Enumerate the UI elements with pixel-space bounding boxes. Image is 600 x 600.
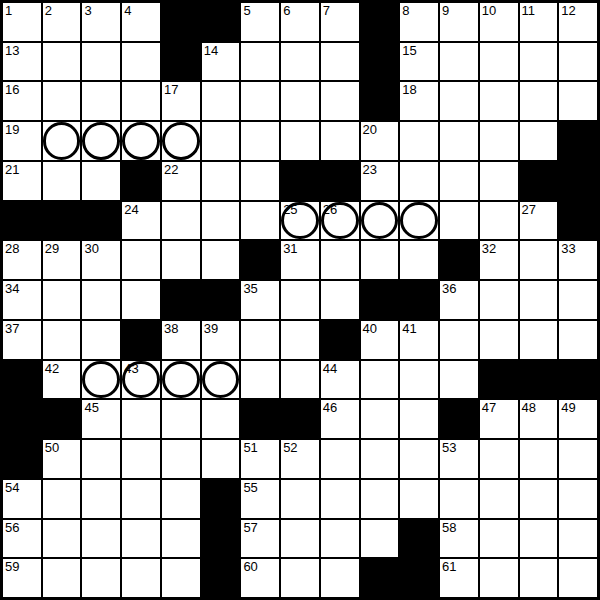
cell-r13c10[interactable] <box>361 480 399 518</box>
clue-number: 24 <box>124 203 138 217</box>
cell-r12c3[interactable] <box>82 440 120 478</box>
cell-r2c3[interactable] <box>82 43 120 81</box>
cell-r13c14[interactable] <box>520 480 558 518</box>
cell-r5c2[interactable] <box>43 162 81 200</box>
clue-number: 3 <box>84 4 91 18</box>
clue-number: 7 <box>323 4 330 18</box>
cell-r7c2[interactable]: 29 <box>43 241 81 279</box>
cell-r13c3[interactable] <box>82 480 120 518</box>
cell-r8c12[interactable]: 36 <box>440 281 478 319</box>
cell-r6c6[interactable] <box>202 202 240 240</box>
cell-r12c7[interactable]: 51 <box>241 440 279 478</box>
cell-r3c6[interactable] <box>202 82 240 120</box>
cell-r5c11[interactable] <box>400 162 438 200</box>
clue-number: 21 <box>5 163 19 177</box>
cell-r14c5[interactable] <box>162 520 200 558</box>
cell-r15c2[interactable] <box>43 559 81 597</box>
cell-r1c12[interactable]: 9 <box>440 3 478 41</box>
cell-r2c7[interactable] <box>241 43 279 81</box>
cell-r2c13[interactable] <box>480 43 518 81</box>
clue-number: 19 <box>5 123 19 137</box>
cell-r5c10[interactable]: 23 <box>361 162 399 200</box>
cell-r9c1[interactable]: 37 <box>3 321 41 359</box>
cell-r7c14[interactable] <box>520 241 558 279</box>
cell-r6c10[interactable] <box>361 202 399 240</box>
cell-r15c14[interactable] <box>520 559 558 597</box>
cell-r6c11[interactable] <box>400 202 438 240</box>
block-r8c6 <box>202 281 240 319</box>
cell-r2c11[interactable]: 15 <box>400 43 438 81</box>
block-r6c15 <box>559 202 597 240</box>
block-r5c4 <box>122 162 160 200</box>
cell-r7c9[interactable] <box>321 241 359 279</box>
cell-r13c5[interactable] <box>162 480 200 518</box>
block-r11c2 <box>43 400 81 438</box>
cell-r1c2[interactable]: 2 <box>43 3 81 41</box>
cell-r11c3[interactable]: 45 <box>82 400 120 438</box>
cell-r6c9[interactable]: 26 <box>321 202 359 240</box>
cell-r14c4[interactable] <box>122 520 160 558</box>
clue-number: 54 <box>5 481 19 495</box>
clue-number: 33 <box>561 242 575 256</box>
block-r14c6 <box>202 520 240 558</box>
cell-r12c6[interactable] <box>202 440 240 478</box>
cell-r6c8[interactable]: 25 <box>281 202 319 240</box>
clue-number: 53 <box>442 441 456 455</box>
cell-r9c3[interactable] <box>82 321 120 359</box>
cell-r9c11[interactable]: 41 <box>400 321 438 359</box>
cell-r9c5[interactable]: 38 <box>162 321 200 359</box>
cell-r5c12[interactable] <box>440 162 478 200</box>
cell-r12c11[interactable] <box>400 440 438 478</box>
block-r6c1 <box>3 202 41 240</box>
clue-number: 61 <box>442 560 456 574</box>
cell-r7c11[interactable] <box>400 241 438 279</box>
clue-number: 30 <box>84 242 98 256</box>
cell-r7c5[interactable] <box>162 241 200 279</box>
block-r14c11 <box>400 520 438 558</box>
clue-number: 31 <box>283 242 297 256</box>
cell-r3c13[interactable] <box>480 82 518 120</box>
cell-r12c9[interactable] <box>321 440 359 478</box>
cell-r6c14[interactable]: 27 <box>520 202 558 240</box>
circle-marker <box>361 202 399 240</box>
cell-r10c8[interactable] <box>281 361 319 399</box>
cell-r14c3[interactable] <box>82 520 120 558</box>
clue-number: 10 <box>482 4 496 18</box>
cell-r1c3[interactable]: 3 <box>82 3 120 41</box>
cell-r7c10[interactable] <box>361 241 399 279</box>
clue-number: 18 <box>402 83 416 97</box>
clue-number: 42 <box>45 362 59 376</box>
clue-number: 25 <box>283 203 297 217</box>
cell-r10c3[interactable] <box>82 361 120 399</box>
clue-number: 17 <box>164 83 178 97</box>
cell-r13c12[interactable] <box>440 480 478 518</box>
cell-r11c6[interactable] <box>202 400 240 438</box>
cell-r4c1[interactable]: 19 <box>3 122 41 160</box>
cell-r14c1[interactable]: 56 <box>3 520 41 558</box>
cell-r15c3[interactable] <box>82 559 120 597</box>
cell-r5c5[interactable]: 22 <box>162 162 200 200</box>
cell-r7c6[interactable] <box>202 241 240 279</box>
block-r8c5 <box>162 281 200 319</box>
cell-r15c15[interactable] <box>559 559 597 597</box>
cell-r9c14[interactable] <box>520 321 558 359</box>
cell-r12c14[interactable] <box>520 440 558 478</box>
cell-r6c13[interactable] <box>480 202 518 240</box>
cell-r15c1[interactable]: 59 <box>3 559 41 597</box>
clue-number: 57 <box>243 521 257 535</box>
clue-number: 16 <box>5 83 19 97</box>
cell-r3c12[interactable] <box>440 82 478 120</box>
cell-r4c2[interactable] <box>43 122 81 160</box>
clue-number: 2 <box>45 4 52 18</box>
block-r12c1 <box>3 440 41 478</box>
cell-r4c13[interactable] <box>480 122 518 160</box>
clue-number: 59 <box>5 560 19 574</box>
cell-r9c13[interactable] <box>480 321 518 359</box>
cell-r3c7[interactable] <box>241 82 279 120</box>
clue-number: 9 <box>442 4 449 18</box>
cell-r1c15[interactable]: 12 <box>559 3 597 41</box>
cell-r7c1[interactable]: 28 <box>3 241 41 279</box>
cell-r7c13[interactable]: 32 <box>480 241 518 279</box>
crossword-grid: 1234567891011121314151617181920212223242… <box>0 0 600 600</box>
cell-r11c15[interactable]: 49 <box>559 400 597 438</box>
block-r9c4 <box>122 321 160 359</box>
cell-r14c10[interactable] <box>361 520 399 558</box>
cell-r12c8[interactable]: 52 <box>281 440 319 478</box>
cell-r10c10[interactable] <box>361 361 399 399</box>
cell-r10c9[interactable]: 44 <box>321 361 359 399</box>
cell-r13c15[interactable] <box>559 480 597 518</box>
cell-r2c6[interactable]: 14 <box>202 43 240 81</box>
block-r10c13 <box>480 361 518 399</box>
block-r6c3 <box>82 202 120 240</box>
clue-number: 8 <box>402 4 409 18</box>
clue-number: 51 <box>243 441 257 455</box>
clue-number: 40 <box>363 322 377 336</box>
block-r5c15 <box>559 162 597 200</box>
cell-r2c8[interactable] <box>281 43 319 81</box>
clue-number: 48 <box>522 401 536 415</box>
cell-r6c12[interactable] <box>440 202 478 240</box>
cell-r11c14[interactable]: 48 <box>520 400 558 438</box>
block-r5c8 <box>281 162 319 200</box>
cell-r7c15[interactable]: 33 <box>559 241 597 279</box>
block-r8c10 <box>361 281 399 319</box>
cell-r9c6[interactable]: 39 <box>202 321 240 359</box>
block-r1c6 <box>202 3 240 41</box>
clue-number: 20 <box>363 123 377 137</box>
cell-r15c4[interactable] <box>122 559 160 597</box>
block-r5c9 <box>321 162 359 200</box>
cell-r14c15[interactable] <box>559 520 597 558</box>
cell-r15c13[interactable] <box>480 559 518 597</box>
cell-r7c4[interactable] <box>122 241 160 279</box>
cell-r12c5[interactable] <box>162 440 200 478</box>
cell-r2c14[interactable] <box>520 43 558 81</box>
block-r13c6 <box>202 480 240 518</box>
block-r11c12 <box>440 400 478 438</box>
cell-r12c13[interactable] <box>480 440 518 478</box>
cell-r13c1[interactable]: 54 <box>3 480 41 518</box>
clue-number: 50 <box>45 441 59 455</box>
cell-r5c1[interactable]: 21 <box>3 162 41 200</box>
clue-number: 29 <box>45 242 59 256</box>
clue-number: 11 <box>522 4 536 18</box>
clue-number: 43 <box>124 362 138 376</box>
block-r6c2 <box>43 202 81 240</box>
cell-r8c13[interactable] <box>480 281 518 319</box>
cell-r4c5[interactable] <box>162 122 200 160</box>
clue-number: 34 <box>5 282 19 296</box>
cell-r12c2[interactable]: 50 <box>43 440 81 478</box>
cell-r2c1[interactable]: 13 <box>3 43 41 81</box>
clue-number: 22 <box>164 163 178 177</box>
cell-r3c15[interactable] <box>559 82 597 120</box>
clue-number: 56 <box>5 521 19 535</box>
cell-r15c12[interactable]: 61 <box>440 559 478 597</box>
cell-r9c2[interactable] <box>43 321 81 359</box>
clue-number: 52 <box>283 441 297 455</box>
cell-r1c8[interactable]: 6 <box>281 3 319 41</box>
block-r7c12 <box>440 241 478 279</box>
clue-number: 13 <box>5 44 19 58</box>
cell-r8c9[interactable] <box>321 281 359 319</box>
cell-r15c8[interactable] <box>281 559 319 597</box>
clue-number: 46 <box>323 401 337 415</box>
clue-number: 36 <box>442 282 456 296</box>
cell-r11c4[interactable] <box>122 400 160 438</box>
cell-r14c2[interactable] <box>43 520 81 558</box>
cell-r1c7[interactable]: 5 <box>241 3 279 41</box>
clue-number: 1 <box>5 4 12 18</box>
cell-r13c4[interactable] <box>122 480 160 518</box>
clue-number: 55 <box>243 481 257 495</box>
cell-r6c4[interactable]: 24 <box>122 202 160 240</box>
cell-r6c7[interactable] <box>241 202 279 240</box>
cell-r13c13[interactable] <box>480 480 518 518</box>
cell-r8c14[interactable] <box>520 281 558 319</box>
cell-r4c12[interactable] <box>440 122 478 160</box>
cell-r10c11[interactable] <box>400 361 438 399</box>
cell-r2c12[interactable] <box>440 43 478 81</box>
block-r10c15 <box>559 361 597 399</box>
cell-r12c4[interactable] <box>122 440 160 478</box>
cell-r4c6[interactable] <box>202 122 240 160</box>
clue-number: 6 <box>283 4 290 18</box>
cell-r8c8[interactable] <box>281 281 319 319</box>
block-r15c10 <box>361 559 399 597</box>
cell-r4c7[interactable] <box>241 122 279 160</box>
cell-r1c1[interactable]: 1 <box>3 3 41 41</box>
circle-marker <box>43 122 81 160</box>
clue-number: 28 <box>5 242 19 256</box>
cell-r4c4[interactable] <box>122 122 160 160</box>
cell-r5c13[interactable] <box>480 162 518 200</box>
block-r4c15 <box>559 122 597 160</box>
clue-number: 26 <box>323 203 337 217</box>
cell-r12c12[interactable]: 53 <box>440 440 478 478</box>
cell-r9c12[interactable] <box>440 321 478 359</box>
cell-r8c4[interactable] <box>122 281 160 319</box>
cell-r5c7[interactable] <box>241 162 279 200</box>
cell-r10c2[interactable]: 42 <box>43 361 81 399</box>
cell-r9c8[interactable] <box>281 321 319 359</box>
block-r1c5 <box>162 3 200 41</box>
circle-marker <box>82 361 120 399</box>
clue-number: 37 <box>5 322 19 336</box>
cell-r3c8[interactable] <box>281 82 319 120</box>
cell-r7c8[interactable]: 31 <box>281 241 319 279</box>
clue-number: 15 <box>402 44 416 58</box>
cell-r15c9[interactable] <box>321 559 359 597</box>
cell-r4c9[interactable] <box>321 122 359 160</box>
clue-number: 4 <box>124 4 131 18</box>
cell-r5c6[interactable] <box>202 162 240 200</box>
block-r3c10 <box>361 82 399 120</box>
cell-r13c8[interactable] <box>281 480 319 518</box>
cell-r11c10[interactable] <box>361 400 399 438</box>
cell-r4c8[interactable] <box>281 122 319 160</box>
cell-r3c11[interactable]: 18 <box>400 82 438 120</box>
cell-r3c1[interactable]: 16 <box>3 82 41 120</box>
cell-r1c9[interactable]: 7 <box>321 3 359 41</box>
clue-number: 45 <box>84 401 98 415</box>
block-r8c11 <box>400 281 438 319</box>
cell-r3c9[interactable] <box>321 82 359 120</box>
cell-r9c15[interactable] <box>559 321 597 359</box>
cell-r2c15[interactable] <box>559 43 597 81</box>
cell-r8c3[interactable] <box>82 281 120 319</box>
cell-r1c11[interactable]: 8 <box>400 3 438 41</box>
cell-r11c13[interactable]: 47 <box>480 400 518 438</box>
cell-r8c15[interactable] <box>559 281 597 319</box>
cell-r11c11[interactable] <box>400 400 438 438</box>
cell-r13c7[interactable]: 55 <box>241 480 279 518</box>
block-r15c6 <box>202 559 240 597</box>
cell-r11c9[interactable]: 46 <box>321 400 359 438</box>
clue-number: 23 <box>363 163 377 177</box>
cell-r14c14[interactable] <box>520 520 558 558</box>
cell-r12c10[interactable] <box>361 440 399 478</box>
clue-number: 41 <box>402 322 416 336</box>
cell-r14c7[interactable]: 57 <box>241 520 279 558</box>
cell-r2c2[interactable] <box>43 43 81 81</box>
cell-r8c2[interactable] <box>43 281 81 319</box>
clue-number: 5 <box>243 4 250 18</box>
cell-r7c3[interactable]: 30 <box>82 241 120 279</box>
cell-r5c3[interactable] <box>82 162 120 200</box>
cell-r11c5[interactable] <box>162 400 200 438</box>
circle-marker <box>122 122 160 160</box>
cell-r14c9[interactable] <box>321 520 359 558</box>
block-r2c5 <box>162 43 200 81</box>
cell-r4c10[interactable]: 20 <box>361 122 399 160</box>
cell-r3c14[interactable] <box>520 82 558 120</box>
clue-number: 60 <box>243 560 257 574</box>
clue-number: 58 <box>442 521 456 535</box>
circle-marker <box>82 122 120 160</box>
clue-number: 32 <box>482 242 496 256</box>
cell-r3c3[interactable] <box>82 82 120 120</box>
cell-r4c11[interactable] <box>400 122 438 160</box>
cell-r10c7[interactable] <box>241 361 279 399</box>
block-r9c9 <box>321 321 359 359</box>
cell-r13c2[interactable] <box>43 480 81 518</box>
cell-r13c9[interactable] <box>321 480 359 518</box>
block-r11c7 <box>241 400 279 438</box>
cell-r9c7[interactable] <box>241 321 279 359</box>
cell-r10c4[interactable]: 43 <box>122 361 160 399</box>
block-r11c8 <box>281 400 319 438</box>
circle-marker <box>202 361 240 399</box>
clue-number: 35 <box>243 282 257 296</box>
block-r10c1 <box>3 361 41 399</box>
block-r15c11 <box>400 559 438 597</box>
cell-r4c14[interactable] <box>520 122 558 160</box>
cell-r15c7[interactable]: 60 <box>241 559 279 597</box>
cell-r6c5[interactable] <box>162 202 200 240</box>
clue-number: 39 <box>204 322 218 336</box>
block-r7c7 <box>241 241 279 279</box>
cell-r8c1[interactable]: 34 <box>3 281 41 319</box>
cell-r3c4[interactable] <box>122 82 160 120</box>
clue-number: 44 <box>323 362 337 376</box>
cell-r10c5[interactable] <box>162 361 200 399</box>
cell-r15c5[interactable] <box>162 559 200 597</box>
cell-r14c12[interactable]: 58 <box>440 520 478 558</box>
circle-marker <box>162 361 200 399</box>
block-r1c10 <box>361 3 399 41</box>
cell-r2c9[interactable] <box>321 43 359 81</box>
cell-r10c12[interactable] <box>440 361 478 399</box>
cell-r14c8[interactable] <box>281 520 319 558</box>
clue-number: 47 <box>482 401 496 415</box>
cell-r1c13[interactable]: 10 <box>480 3 518 41</box>
block-r11c1 <box>3 400 41 438</box>
circle-marker <box>162 122 200 160</box>
block-r10c14 <box>520 361 558 399</box>
cell-r3c2[interactable] <box>43 82 81 120</box>
clue-number: 38 <box>164 322 178 336</box>
clue-number: 12 <box>561 4 575 18</box>
cell-r1c4[interactable]: 4 <box>122 3 160 41</box>
cell-r12c15[interactable] <box>559 440 597 478</box>
circle-marker <box>400 202 438 240</box>
cell-r13c11[interactable] <box>400 480 438 518</box>
cell-r8c7[interactable]: 35 <box>241 281 279 319</box>
cell-r3c5[interactable]: 17 <box>162 82 200 120</box>
block-r2c10 <box>361 43 399 81</box>
block-r5c14 <box>520 162 558 200</box>
clue-number: 14 <box>204 44 218 58</box>
cell-r1c14[interactable]: 11 <box>520 3 558 41</box>
cell-r10c6[interactable] <box>202 361 240 399</box>
cell-r9c10[interactable]: 40 <box>361 321 399 359</box>
cell-r14c13[interactable] <box>480 520 518 558</box>
clue-number: 27 <box>522 203 536 217</box>
cell-r2c4[interactable] <box>122 43 160 81</box>
clue-number: 49 <box>561 401 575 415</box>
cell-r4c3[interactable] <box>82 122 120 160</box>
